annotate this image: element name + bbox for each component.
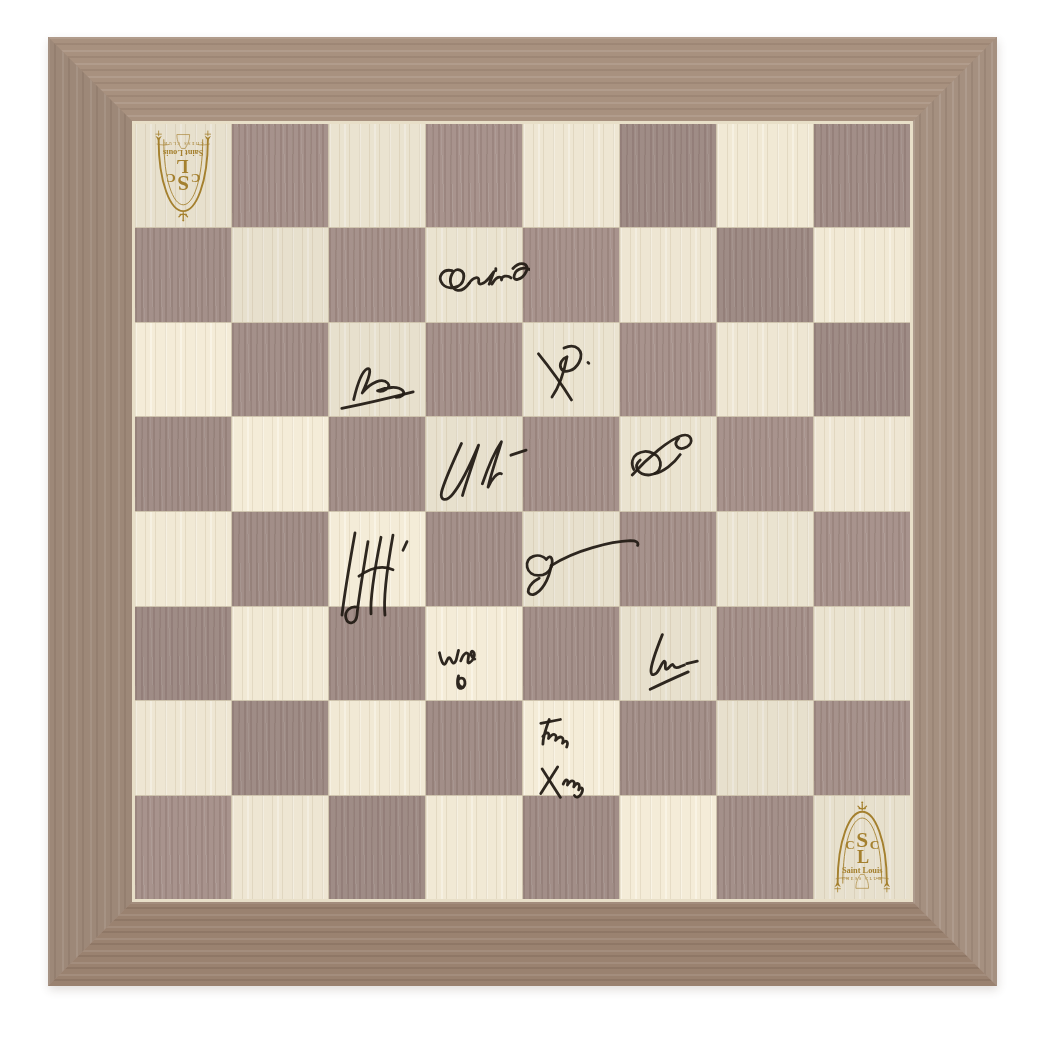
- square-h5: [814, 417, 910, 511]
- square-g2: [717, 701, 813, 795]
- board-photo: C C S L Saint Louis CHESS CLUB C C S L S…: [0, 0, 1060, 1038]
- square-b6: [232, 323, 328, 417]
- square-c8: [329, 124, 425, 227]
- slcc-logo-top-left: C C S L Saint Louis CHESS CLUB: [141, 127, 225, 224]
- square-h8: [814, 124, 910, 227]
- frame-left-rail: [48, 37, 132, 986]
- square-a2: [135, 701, 231, 795]
- square-c2: [329, 701, 425, 795]
- square-b7: [232, 228, 328, 322]
- square-c6: [329, 323, 425, 417]
- square-c7: [329, 228, 425, 322]
- svg-text:L: L: [857, 847, 869, 867]
- square-e5: [523, 417, 619, 511]
- svg-text:C: C: [845, 837, 855, 852]
- square-d3: [426, 607, 522, 701]
- square-f8: [620, 124, 716, 227]
- square-a6: [135, 323, 231, 417]
- square-d5: [426, 417, 522, 511]
- svg-text:Saint Louis: Saint Louis: [842, 866, 883, 875]
- square-b2: [232, 701, 328, 795]
- square-d6: [426, 323, 522, 417]
- square-c5: [329, 417, 425, 511]
- square-d7: [426, 228, 522, 322]
- square-g4: [717, 512, 813, 606]
- square-f2: [620, 701, 716, 795]
- board-frame: C C S L Saint Louis CHESS CLUB C C S L S…: [48, 37, 997, 986]
- slcc-logo-bottom-right: C C S L Saint Louis CHESS CLUB: [820, 799, 904, 896]
- svg-text:C: C: [190, 171, 200, 186]
- square-b3: [232, 607, 328, 701]
- square-c3: [329, 607, 425, 701]
- square-g5: [717, 417, 813, 511]
- square-e1: [523, 796, 619, 899]
- square-g1: [717, 796, 813, 899]
- square-d4: [426, 512, 522, 606]
- square-f5: [620, 417, 716, 511]
- square-h6: [814, 323, 910, 417]
- square-a8: C C S L Saint Louis CHESS CLUB: [135, 124, 231, 227]
- square-e2: [523, 701, 619, 795]
- square-h7: [814, 228, 910, 322]
- square-a3: [135, 607, 231, 701]
- frame-right-rail: [913, 37, 997, 986]
- square-b5: [232, 417, 328, 511]
- square-g7: [717, 228, 813, 322]
- svg-text:CHESS CLUB: CHESS CLUB: [163, 142, 204, 147]
- playing-field: C C S L Saint Louis CHESS CLUB C C S L S…: [132, 121, 913, 902]
- square-d8: [426, 124, 522, 227]
- square-f6: [620, 323, 716, 417]
- square-g6: [717, 323, 813, 417]
- square-e8: [523, 124, 619, 227]
- square-h4: [814, 512, 910, 606]
- square-f1: [620, 796, 716, 899]
- square-g8: [717, 124, 813, 227]
- square-e3: [523, 607, 619, 701]
- square-h2: [814, 701, 910, 795]
- square-b4: [232, 512, 328, 606]
- square-f4: [620, 512, 716, 606]
- board-grid: C C S L Saint Louis CHESS CLUB C C S L S…: [135, 124, 910, 899]
- square-a7: [135, 228, 231, 322]
- svg-text:S: S: [177, 171, 189, 195]
- svg-text:L: L: [176, 156, 188, 176]
- square-b8: [232, 124, 328, 227]
- square-f7: [620, 228, 716, 322]
- square-a4: [135, 512, 231, 606]
- square-a1: [135, 796, 231, 899]
- square-h1: C C S L Saint Louis CHESS CLUB: [814, 796, 910, 899]
- square-e6: [523, 323, 619, 417]
- square-h3: [814, 607, 910, 701]
- square-d2: [426, 701, 522, 795]
- svg-text:Saint Louis: Saint Louis: [162, 148, 203, 157]
- square-d1: [426, 796, 522, 899]
- square-f3: [620, 607, 716, 701]
- svg-text:S: S: [856, 828, 868, 852]
- square-e7: [523, 228, 619, 322]
- square-c1: [329, 796, 425, 899]
- square-b1: [232, 796, 328, 899]
- square-g3: [717, 607, 813, 701]
- svg-text:C: C: [869, 837, 879, 852]
- square-a5: [135, 417, 231, 511]
- frame-bottom-rail: [48, 902, 997, 986]
- square-c4: [329, 512, 425, 606]
- svg-text:CHESS CLUB: CHESS CLUB: [842, 876, 883, 881]
- svg-text:C: C: [166, 171, 176, 186]
- square-e4: [523, 512, 619, 606]
- frame-top-rail: [48, 37, 997, 121]
